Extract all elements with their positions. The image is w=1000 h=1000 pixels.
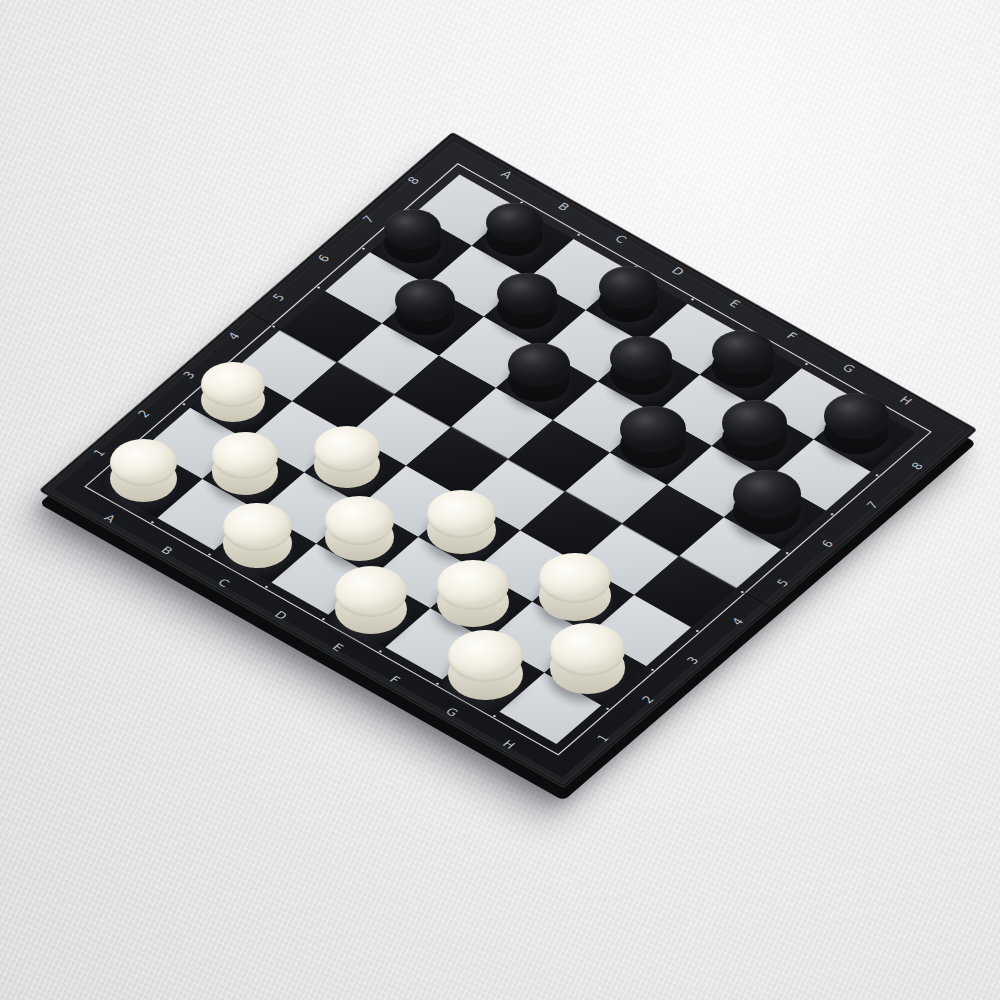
checkers-board: AABBCCDDEEFFGGHH1122334455667788	[100, 174, 915, 744]
product-photo-scene: AABBCCDDEEFFGGHH1122334455667788	[0, 0, 1000, 1000]
